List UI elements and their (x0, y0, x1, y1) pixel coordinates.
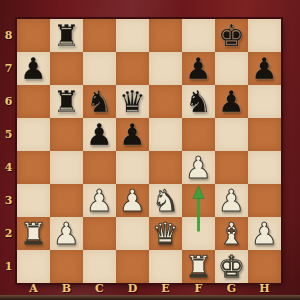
rank-label-3: 3 (0, 184, 17, 217)
square-h4[interactable] (248, 151, 281, 184)
square-b4[interactable] (50, 151, 83, 184)
black-pawn[interactable]: ♟ (83, 118, 116, 151)
file-coordinates: ABCDEFGH (17, 281, 281, 296)
rank-label-text: 6 (5, 95, 13, 108)
square-f4[interactable]: ♟ (182, 151, 215, 184)
square-g8[interactable]: ♚ (215, 19, 248, 52)
white-rook[interactable]: ♜ (182, 250, 215, 283)
square-e7[interactable] (149, 52, 182, 85)
rank-label-8: 8 (0, 19, 17, 52)
file-label-a: A (17, 281, 50, 296)
black-rook[interactable]: ♜ (50, 85, 83, 118)
square-g4[interactable] (215, 151, 248, 184)
square-c3[interactable]: ♟ (83, 184, 116, 217)
square-g2[interactable]: ♝ (215, 217, 248, 250)
square-g6[interactable]: ♟ (215, 85, 248, 118)
square-h2[interactable]: ♟ (248, 217, 281, 250)
square-f7[interactable]: ♟ (182, 52, 215, 85)
file-label-d: D (116, 281, 149, 296)
white-rook[interactable]: ♜ (17, 217, 50, 250)
square-c2[interactable] (83, 217, 116, 250)
black-pawn[interactable]: ♟ (215, 85, 248, 118)
square-h8[interactable] (248, 19, 281, 52)
rank-label-1: 1 (0, 250, 17, 283)
file-label-c: C (83, 281, 116, 296)
square-b7[interactable] (50, 52, 83, 85)
file-label-f: F (182, 281, 215, 296)
square-e3[interactable]: ♞ (149, 184, 182, 217)
square-c1[interactable] (83, 250, 116, 283)
square-c4[interactable] (83, 151, 116, 184)
square-e2[interactable]: ♛ (149, 217, 182, 250)
rank-label-6: 6 (0, 85, 17, 118)
square-h7[interactable]: ♟ (248, 52, 281, 85)
square-e8[interactable] (149, 19, 182, 52)
square-d7[interactable] (116, 52, 149, 85)
square-h3[interactable] (248, 184, 281, 217)
rank-label-text: 8 (5, 29, 13, 42)
file-label-text: G (227, 282, 236, 295)
square-f5[interactable] (182, 118, 215, 151)
square-a4[interactable] (17, 151, 50, 184)
rank-label-4: 4 (0, 151, 17, 184)
chess-app-window: 87654321 ♜♚♟♟♟♜♞♛♞♟♟♟♟♟♟♞♟♜♟♛♝♟♜♚ ABCDEF… (0, 0, 300, 300)
rank-label-5: 5 (0, 118, 17, 151)
square-a2[interactable]: ♜ (17, 217, 50, 250)
rank-label-text: 4 (5, 161, 13, 174)
square-c6[interactable]: ♞ (83, 85, 116, 118)
square-c8[interactable] (83, 19, 116, 52)
square-d8[interactable] (116, 19, 149, 52)
square-a5[interactable] (17, 118, 50, 151)
square-c5[interactable]: ♟ (83, 118, 116, 151)
black-queen[interactable]: ♛ (116, 85, 149, 118)
square-a3[interactable] (17, 184, 50, 217)
square-a6[interactable] (17, 85, 50, 118)
square-d1[interactable] (116, 250, 149, 283)
square-f8[interactable] (182, 19, 215, 52)
file-label-text: B (62, 282, 71, 295)
file-label-text: C (95, 282, 104, 295)
square-b5[interactable] (50, 118, 83, 151)
square-f6[interactable]: ♞ (182, 85, 215, 118)
file-label-text: A (29, 282, 38, 295)
square-a8[interactable] (17, 19, 50, 52)
white-knight[interactable]: ♞ (149, 184, 182, 217)
square-g7[interactable] (215, 52, 248, 85)
white-pawn[interactable]: ♟ (182, 151, 215, 184)
rank-label-text: 1 (5, 260, 13, 273)
square-b8[interactable]: ♜ (50, 19, 83, 52)
black-rook[interactable]: ♜ (50, 19, 83, 52)
square-b3[interactable] (50, 184, 83, 217)
white-king[interactable]: ♚ (215, 250, 248, 283)
rank-label-text: 7 (5, 62, 13, 75)
rank-label-7: 7 (0, 52, 17, 85)
file-label-h: H (248, 281, 281, 296)
square-a7[interactable]: ♟ (17, 52, 50, 85)
file-label-text: D (128, 282, 138, 295)
square-e4[interactable] (149, 151, 182, 184)
square-d3[interactable]: ♟ (116, 184, 149, 217)
rank-coordinates: 87654321 (0, 19, 17, 283)
file-label-g: G (215, 281, 248, 296)
square-d4[interactable] (116, 151, 149, 184)
white-pawn[interactable]: ♟ (215, 184, 248, 217)
white-queen[interactable]: ♛ (149, 217, 182, 250)
square-g3[interactable]: ♟ (215, 184, 248, 217)
square-c7[interactable] (83, 52, 116, 85)
rank-label-text: 5 (5, 128, 13, 141)
square-d6[interactable]: ♛ (116, 85, 149, 118)
white-pawn[interactable]: ♟ (116, 184, 149, 217)
white-pawn[interactable]: ♟ (83, 184, 116, 217)
white-bishop[interactable]: ♝ (215, 217, 248, 250)
square-g5[interactable] (215, 118, 248, 151)
square-f2[interactable] (182, 217, 215, 250)
rank-label-text: 3 (5, 194, 13, 207)
rank-label-text: 2 (5, 227, 13, 240)
black-pawn[interactable]: ♟ (116, 118, 149, 151)
square-a1[interactable] (17, 250, 50, 283)
file-label-e: E (149, 281, 182, 296)
square-e1[interactable] (149, 250, 182, 283)
square-b1[interactable] (50, 250, 83, 283)
square-b2[interactable]: ♟ (50, 217, 83, 250)
file-label-text: E (161, 282, 169, 295)
white-pawn[interactable]: ♟ (50, 217, 83, 250)
black-knight[interactable]: ♞ (83, 85, 116, 118)
square-h5[interactable] (248, 118, 281, 151)
square-f1[interactable]: ♜ (182, 250, 215, 283)
black-king[interactable]: ♚ (215, 19, 248, 52)
file-label-text: F (195, 282, 203, 295)
rank-label-2: 2 (0, 217, 17, 250)
black-knight[interactable]: ♞ (182, 85, 215, 118)
file-label-b: B (50, 281, 83, 296)
square-g1[interactable]: ♚ (215, 250, 248, 283)
white-pawn[interactable]: ♟ (248, 217, 281, 250)
black-pawn[interactable]: ♟ (17, 52, 50, 85)
square-h1[interactable] (248, 250, 281, 283)
square-d5[interactable]: ♟ (116, 118, 149, 151)
square-d2[interactable] (116, 217, 149, 250)
chess-board[interactable]: ♜♚♟♟♟♜♞♛♞♟♟♟♟♟♟♞♟♜♟♛♝♟♜♚ (17, 19, 281, 283)
square-f3[interactable] (182, 184, 215, 217)
square-h6[interactable] (248, 85, 281, 118)
square-b6[interactable]: ♜ (50, 85, 83, 118)
square-e6[interactable] (149, 85, 182, 118)
square-e5[interactable] (149, 118, 182, 151)
file-label-text: H (259, 282, 269, 295)
black-pawn[interactable]: ♟ (248, 52, 281, 85)
frame-bottom-edge (0, 295, 300, 300)
black-pawn[interactable]: ♟ (182, 52, 215, 85)
